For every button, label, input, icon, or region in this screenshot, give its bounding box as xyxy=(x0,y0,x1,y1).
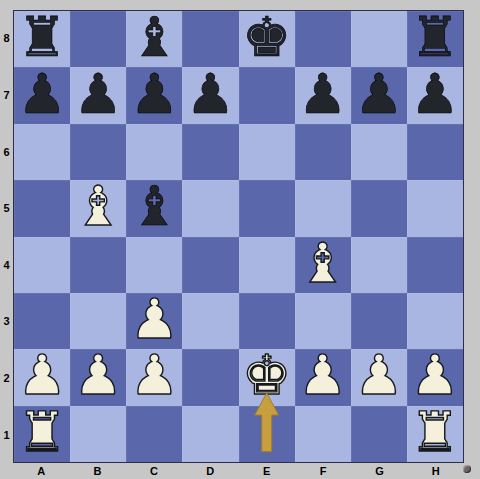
piece-white-pawn[interactable]: ♟ xyxy=(74,347,123,403)
square-d1[interactable] xyxy=(182,406,238,462)
piece-black-pawn[interactable]: ♟ xyxy=(74,66,123,122)
square-e8[interactable]: ♚ xyxy=(239,11,295,67)
rank-label-8: 8 xyxy=(0,10,13,67)
piece-white-rook[interactable]: ♜ xyxy=(410,404,459,460)
file-label-e: E xyxy=(239,463,295,479)
piece-white-pawn[interactable]: ♟ xyxy=(130,291,179,347)
square-d8[interactable] xyxy=(182,11,238,67)
piece-black-rook[interactable]: ♜ xyxy=(17,9,66,65)
square-g8[interactable] xyxy=(351,11,407,67)
piece-black-pawn[interactable]: ♟ xyxy=(186,66,235,122)
rank-label-2: 2 xyxy=(0,350,13,407)
square-h8[interactable]: ♜ xyxy=(407,11,463,67)
square-e3[interactable] xyxy=(239,293,295,349)
square-f8[interactable] xyxy=(295,11,351,67)
file-labels: ABCDEFGH xyxy=(13,463,464,479)
square-g5[interactable] xyxy=(351,180,407,236)
rank-label-4: 4 xyxy=(0,237,13,294)
piece-white-pawn[interactable]: ♟ xyxy=(17,347,66,403)
square-f1[interactable] xyxy=(295,406,351,462)
square-g3[interactable] xyxy=(351,293,407,349)
square-e4[interactable] xyxy=(239,237,295,293)
square-e1[interactable] xyxy=(239,406,295,462)
piece-white-pawn[interactable]: ♟ xyxy=(354,347,403,403)
piece-white-pawn[interactable]: ♟ xyxy=(298,347,347,403)
piece-white-bishop[interactable]: ♝ xyxy=(74,178,123,234)
square-b6[interactable] xyxy=(70,124,126,180)
rank-label-7: 7 xyxy=(0,67,13,124)
piece-black-king[interactable]: ♚ xyxy=(242,9,291,65)
square-b2[interactable]: ♟ xyxy=(70,349,126,405)
square-c8[interactable]: ♝ xyxy=(126,11,182,67)
square-b4[interactable] xyxy=(70,237,126,293)
square-e2[interactable]: ♚ xyxy=(239,349,295,405)
square-c7[interactable]: ♟ xyxy=(126,67,182,123)
square-f3[interactable] xyxy=(295,293,351,349)
file-label-a: A xyxy=(13,463,69,479)
square-d7[interactable]: ♟ xyxy=(182,67,238,123)
square-c2[interactable]: ♟ xyxy=(126,349,182,405)
file-label-g: G xyxy=(351,463,407,479)
square-a1[interactable]: ♜ xyxy=(14,406,70,462)
square-d4[interactable] xyxy=(182,237,238,293)
corner-dot xyxy=(463,465,471,473)
square-f4[interactable]: ♝ xyxy=(295,237,351,293)
square-c3[interactable]: ♟ xyxy=(126,293,182,349)
square-a7[interactable]: ♟ xyxy=(14,67,70,123)
square-g1[interactable] xyxy=(351,406,407,462)
square-a4[interactable] xyxy=(14,237,70,293)
square-b8[interactable] xyxy=(70,11,126,67)
square-c6[interactable] xyxy=(126,124,182,180)
square-a3[interactable] xyxy=(14,293,70,349)
rank-label-1: 1 xyxy=(0,406,13,463)
piece-black-bishop[interactable]: ♝ xyxy=(130,178,179,234)
square-f2[interactable]: ♟ xyxy=(295,349,351,405)
piece-black-pawn[interactable]: ♟ xyxy=(298,66,347,122)
piece-black-pawn[interactable]: ♟ xyxy=(17,66,66,122)
square-a6[interactable] xyxy=(14,124,70,180)
square-e7[interactable] xyxy=(239,67,295,123)
piece-black-pawn[interactable]: ♟ xyxy=(130,66,179,122)
rank-label-3: 3 xyxy=(0,293,13,350)
square-b5[interactable]: ♝ xyxy=(70,180,126,236)
piece-white-rook[interactable]: ♜ xyxy=(17,404,66,460)
square-a8[interactable]: ♜ xyxy=(14,11,70,67)
square-f7[interactable]: ♟ xyxy=(295,67,351,123)
file-label-d: D xyxy=(182,463,238,479)
square-h1[interactable]: ♜ xyxy=(407,406,463,462)
square-d6[interactable] xyxy=(182,124,238,180)
file-label-f: F xyxy=(295,463,351,479)
square-g6[interactable] xyxy=(351,124,407,180)
piece-black-pawn[interactable]: ♟ xyxy=(354,66,403,122)
square-g4[interactable] xyxy=(351,237,407,293)
piece-white-king[interactable]: ♚ xyxy=(242,347,291,403)
square-g7[interactable]: ♟ xyxy=(351,67,407,123)
square-h2[interactable]: ♟ xyxy=(407,349,463,405)
square-h5[interactable] xyxy=(407,180,463,236)
square-h3[interactable] xyxy=(407,293,463,349)
square-c1[interactable] xyxy=(126,406,182,462)
square-e6[interactable] xyxy=(239,124,295,180)
square-b1[interactable] xyxy=(70,406,126,462)
square-h6[interactable] xyxy=(407,124,463,180)
square-h7[interactable]: ♟ xyxy=(407,67,463,123)
rank-label-6: 6 xyxy=(0,123,13,180)
square-f5[interactable] xyxy=(295,180,351,236)
square-e5[interactable] xyxy=(239,180,295,236)
square-b7[interactable]: ♟ xyxy=(70,67,126,123)
square-c5[interactable]: ♝ xyxy=(126,180,182,236)
piece-white-pawn[interactable]: ♟ xyxy=(130,347,179,403)
square-b3[interactable] xyxy=(70,293,126,349)
square-a2[interactable]: ♟ xyxy=(14,349,70,405)
piece-black-pawn[interactable]: ♟ xyxy=(410,66,459,122)
rank-labels: 87654321 xyxy=(0,10,13,463)
square-h4[interactable] xyxy=(407,237,463,293)
board-frame: 87654321 ♜♝♚♜♟♟♟♟♟♟♟♝♝♝♟♟♟♟♚♟♟♟♜♜ ABCDEF… xyxy=(0,0,480,479)
piece-white-bishop[interactable]: ♝ xyxy=(298,235,347,291)
square-a5[interactable] xyxy=(14,180,70,236)
file-label-b: B xyxy=(69,463,125,479)
square-d3[interactable] xyxy=(182,293,238,349)
file-label-h: H xyxy=(408,463,464,479)
piece-black-rook[interactable]: ♜ xyxy=(410,9,459,65)
square-c4[interactable] xyxy=(126,237,182,293)
square-d2[interactable] xyxy=(182,349,238,405)
square-f6[interactable] xyxy=(295,124,351,180)
piece-white-pawn[interactable]: ♟ xyxy=(410,347,459,403)
piece-black-bishop[interactable]: ♝ xyxy=(130,9,179,65)
chess-board[interactable]: ♜♝♚♜♟♟♟♟♟♟♟♝♝♝♟♟♟♟♚♟♟♟♜♜ xyxy=(13,10,464,463)
file-label-c: C xyxy=(126,463,182,479)
rank-label-5: 5 xyxy=(0,180,13,237)
square-d5[interactable] xyxy=(182,180,238,236)
square-g2[interactable]: ♟ xyxy=(351,349,407,405)
